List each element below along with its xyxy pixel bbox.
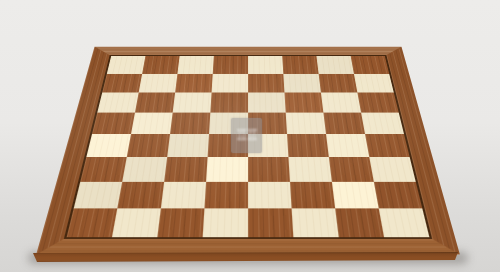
square-c1 [157,208,204,237]
square-f6 [284,93,323,113]
square-d1 [203,208,248,237]
square-f1 [292,208,339,237]
square-f5 [286,113,326,134]
square-e3 [248,157,290,182]
square-g7 [319,74,358,93]
square-h1 [379,208,430,237]
square-c7 [175,74,213,93]
square-f7 [283,74,321,93]
square-h2 [374,182,422,209]
square-h5 [361,113,404,134]
square-a4 [86,134,131,157]
square-b5 [131,113,173,134]
square-a3 [80,157,126,182]
square-b3 [122,157,167,182]
square-c3 [164,157,207,182]
watermark: ♖♖ [231,118,262,153]
square-c2 [161,182,206,209]
square-d6 [210,93,248,113]
square-c8 [177,56,213,74]
square-b6 [135,93,175,113]
square-h6 [357,93,398,113]
screenshot: ♖♖ [0,0,500,272]
square-d3 [206,157,248,182]
square-h8 [351,56,390,74]
square-a5 [92,113,135,134]
square-h3 [369,157,415,182]
square-g6 [321,93,361,113]
square-d8 [213,56,248,74]
square-e7 [248,74,284,93]
square-h7 [354,74,394,93]
square-a6 [97,93,138,113]
square-h4 [365,134,410,157]
square-b8 [142,56,179,74]
board-frame-top [92,47,404,56]
square-g1 [335,208,384,237]
square-e2 [248,182,292,209]
square-c6 [173,93,212,113]
square-d2 [204,182,248,209]
square-g2 [332,182,379,209]
square-d7 [212,74,248,93]
square-b1 [112,208,161,237]
square-f2 [290,182,335,209]
square-f3 [288,157,331,182]
square-g8 [316,56,353,74]
square-c5 [170,113,210,134]
square-a8 [107,56,146,74]
square-e8 [248,56,283,74]
square-b7 [139,74,178,93]
square-a2 [74,182,122,209]
square-a1 [67,208,118,237]
square-a7 [102,74,142,93]
square-g4 [326,134,369,157]
rook-icon: ♖♖ [235,128,256,143]
square-e6 [248,93,286,113]
square-g5 [323,113,365,134]
square-f4 [287,134,329,157]
square-b4 [127,134,170,157]
square-f8 [282,56,318,74]
square-c4 [167,134,209,157]
square-b2 [117,182,164,209]
square-g3 [329,157,374,182]
square-e1 [248,208,293,237]
